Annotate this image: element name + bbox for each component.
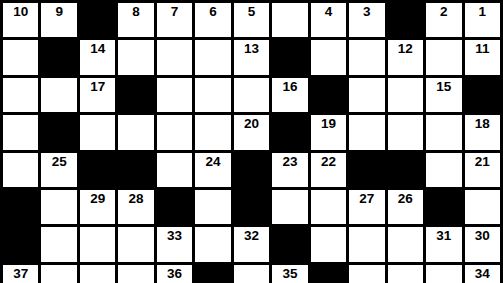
grid-cell[interactable] [272,190,307,224]
grid-cell[interactable]: 16 [272,78,307,112]
grid-cell[interactable] [157,153,192,187]
grid-cell[interactable] [41,78,76,112]
block-cell [388,3,423,37]
clue-number: 36 [157,265,192,281]
block-cell [80,153,115,187]
grid-cell[interactable]: 32 [234,227,269,261]
grid-cell[interactable]: 21 [465,153,500,187]
grid-cell[interactable]: 27 [349,190,384,224]
clue-number: 25 [41,153,76,169]
grid-cell[interactable] [41,190,76,224]
grid-cell[interactable] [3,78,38,112]
clue-number: 1 [465,3,500,19]
grid-cell[interactable] [195,115,230,149]
clue-number: 23 [272,153,307,169]
clue-number: 20 [234,115,269,131]
clue-number: 2 [426,3,461,19]
clue-number: 11 [465,40,500,56]
block-cell [272,40,307,74]
grid-cell[interactable]: 15 [426,78,461,112]
grid-cell[interactable] [234,265,269,283]
grid-cell[interactable] [426,40,461,74]
grid-cell[interactable] [195,78,230,112]
grid-cell[interactable]: 28 [118,190,153,224]
grid-cell[interactable] [349,40,384,74]
grid-cell[interactable]: 4 [311,3,346,37]
clue-number: 3 [349,3,384,19]
clue-number: 5 [234,3,269,19]
grid-cell[interactable]: 26 [388,190,423,224]
grid-cell[interactable]: 8 [118,3,153,37]
grid-cell[interactable] [118,265,153,283]
grid-cell[interactable]: 7 [157,3,192,37]
grid-cell[interactable] [426,265,461,283]
grid-cell[interactable] [349,115,384,149]
grid-cell[interactable] [118,227,153,261]
block-cell [388,153,423,187]
block-cell [311,265,346,283]
grid-cell[interactable]: 5 [234,3,269,37]
grid-cell[interactable] [195,40,230,74]
grid-cell[interactable]: 18 [465,115,500,149]
clue-number: 15 [426,78,461,94]
grid-cell[interactable] [80,115,115,149]
grid-cell[interactable]: 37 [3,265,38,283]
clue-number: 37 [3,265,38,281]
clue-number: 26 [388,190,423,206]
clue-number: 32 [234,227,269,243]
block-cell [118,78,153,112]
grid-cell[interactable]: 17 [80,78,115,112]
block-cell [272,227,307,261]
block-cell [118,153,153,187]
grid-cell[interactable] [41,227,76,261]
clue-number: 33 [157,227,192,243]
grid-cell[interactable]: 34 [465,265,500,283]
grid-cell[interactable] [3,115,38,149]
block-cell [349,153,384,187]
block-cell [195,265,230,283]
clue-number: 14 [80,40,115,56]
grid-cell[interactable] [388,78,423,112]
block-cell [41,40,76,74]
grid-cell[interactable] [388,115,423,149]
clue-number: 24 [195,153,230,169]
grid-cell[interactable] [311,40,346,74]
grid-cell[interactable] [41,265,76,283]
grid-cell[interactable]: 25 [41,153,76,187]
crossword-board: 1098765432114131211171615201918252423222… [0,0,503,283]
crossword-grid: 1098765432114131211171615201918252423222… [3,3,500,283]
clue-number: 31 [426,227,461,243]
clue-number: 29 [80,190,115,206]
grid-cell[interactable]: 24 [195,153,230,187]
clue-number: 28 [118,190,153,206]
grid-cell[interactable]: 30 [465,227,500,261]
grid-cell[interactable] [272,3,307,37]
grid-cell[interactable] [349,78,384,112]
block-cell [3,227,38,261]
grid-cell[interactable]: 1 [465,3,500,37]
block-cell [234,153,269,187]
clue-number: 17 [80,78,115,94]
block-cell [234,190,269,224]
grid-cell[interactable] [118,115,153,149]
clue-number: 22 [311,153,346,169]
grid-cell[interactable]: 6 [195,3,230,37]
grid-cell[interactable] [80,227,115,261]
grid-cell[interactable]: 29 [80,190,115,224]
clue-number: 10 [3,3,38,19]
clue-number: 9 [41,3,76,19]
grid-cell[interactable]: 36 [157,265,192,283]
clue-number: 35 [272,265,307,281]
grid-cell[interactable] [118,40,153,74]
grid-cell[interactable]: 31 [426,227,461,261]
grid-cell[interactable] [195,227,230,261]
block-cell [3,190,38,224]
block-cell [41,115,76,149]
clue-number: 13 [234,40,269,56]
grid-cell[interactable]: 13 [234,40,269,74]
grid-cell[interactable]: 11 [465,40,500,74]
grid-cell[interactable]: 33 [157,227,192,261]
grid-cell[interactable]: 35 [272,265,307,283]
grid-cell[interactable] [349,227,384,261]
clue-number: 7 [157,3,192,19]
grid-cell[interactable]: 20 [234,115,269,149]
block-cell [465,78,500,112]
grid-cell[interactable]: 14 [80,40,115,74]
clue-number: 6 [195,3,230,19]
block-cell [311,78,346,112]
clue-number: 27 [349,190,384,206]
grid-cell[interactable] [234,78,269,112]
clue-number: 21 [465,153,500,169]
grid-cell[interactable]: 9 [41,3,76,37]
grid-cell[interactable] [311,190,346,224]
grid-cell[interactable]: 19 [311,115,346,149]
grid-cell[interactable] [426,115,461,149]
grid-cell[interactable]: 10 [3,3,38,37]
grid-cell[interactable] [426,153,461,187]
clue-number: 16 [272,78,307,94]
clue-number: 18 [465,115,500,131]
grid-cell[interactable] [465,190,500,224]
clue-number: 4 [311,3,346,19]
grid-cell[interactable] [157,40,192,74]
grid-cell[interactable] [388,265,423,283]
grid-cell[interactable]: 12 [388,40,423,74]
grid-cell[interactable] [3,40,38,74]
grid-cell[interactable]: 23 [272,153,307,187]
grid-cell[interactable] [311,227,346,261]
grid-cell[interactable] [157,78,192,112]
block-cell [157,190,192,224]
clue-number: 12 [388,40,423,56]
clue-number: 30 [465,227,500,243]
grid-cell[interactable]: 22 [311,153,346,187]
clue-number: 34 [465,265,500,281]
clue-number: 19 [311,115,346,131]
grid-cell[interactable]: 3 [349,3,384,37]
block-cell [80,3,115,37]
clue-number: 8 [118,3,153,19]
grid-cell[interactable] [388,227,423,261]
grid-cell[interactable] [195,190,230,224]
grid-cell[interactable]: 2 [426,3,461,37]
grid-cell[interactable] [3,153,38,187]
block-cell [426,190,461,224]
grid-cell[interactable] [157,115,192,149]
grid-cell[interactable] [80,265,115,283]
grid-cell[interactable] [349,265,384,283]
block-cell [272,115,307,149]
